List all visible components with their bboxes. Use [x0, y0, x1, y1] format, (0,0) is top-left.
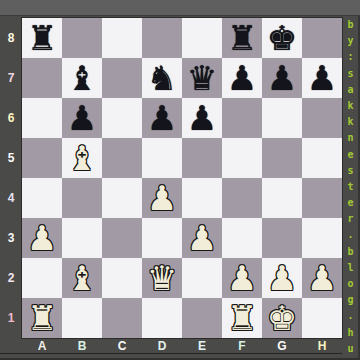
white-king-g1[interactable]: ♚ [267, 298, 297, 338]
watermark-char: e [347, 198, 353, 208]
square-g2[interactable]: ♟ [262, 258, 302, 298]
black-knight-d7[interactable]: ♞ [147, 58, 177, 98]
watermark-char: b [347, 20, 353, 30]
rank-label-8: 8 [0, 18, 22, 58]
square-c4[interactable] [102, 178, 142, 218]
square-d5[interactable] [142, 138, 182, 178]
watermark-char: y [347, 36, 353, 46]
rank-label-3: 3 [0, 218, 22, 258]
rank-label-1: 1 [0, 298, 22, 338]
square-g6[interactable] [262, 98, 302, 138]
square-f6[interactable] [222, 98, 262, 138]
rank-label-5: 5 [0, 138, 22, 178]
square-h6[interactable] [302, 98, 342, 138]
watermark-char: : [347, 52, 353, 62]
square-e8[interactable] [182, 18, 222, 58]
black-pawn-h7[interactable]: ♟ [307, 58, 337, 98]
square-a6[interactable] [22, 98, 62, 138]
square-h1[interactable] [302, 298, 342, 338]
white-bishop-b2[interactable]: ♝ [67, 258, 97, 298]
square-h4[interactable] [302, 178, 342, 218]
rank-label-6: 6 [0, 98, 22, 138]
square-b8[interactable] [62, 18, 102, 58]
watermark-char: t [347, 182, 353, 192]
square-d1[interactable] [142, 298, 182, 338]
square-e2[interactable] [182, 258, 222, 298]
watermark-char: k [347, 101, 353, 111]
square-d7[interactable]: ♞ [142, 58, 182, 98]
black-pawn-g7[interactable]: ♟ [267, 58, 297, 98]
square-e3[interactable]: ♟ [182, 218, 222, 258]
frame-top-band [0, 0, 360, 16]
watermark-char: a [347, 85, 353, 95]
square-a4[interactable] [22, 178, 62, 218]
black-pawn-f7[interactable]: ♟ [227, 58, 257, 98]
square-a2[interactable] [22, 258, 62, 298]
square-a8[interactable]: ♜ [22, 18, 62, 58]
watermark-char: . [347, 230, 353, 240]
square-b6[interactable]: ♟ [62, 98, 102, 138]
square-f1[interactable]: ♜ [222, 298, 262, 338]
black-rook-a8[interactable]: ♜ [27, 18, 57, 58]
white-rook-a1[interactable]: ♜ [27, 298, 57, 338]
square-f8[interactable]: ♜ [222, 18, 262, 58]
square-c2[interactable] [102, 258, 142, 298]
white-pawn-h2[interactable]: ♟ [307, 258, 337, 298]
watermark-text: by:sakknester.blog.hu [342, 20, 359, 354]
square-h7[interactable]: ♟ [302, 58, 342, 98]
square-g8[interactable]: ♚ [262, 18, 302, 58]
black-bishop-b7[interactable]: ♝ [67, 58, 97, 98]
square-f5[interactable] [222, 138, 262, 178]
square-d2[interactable]: ♛ [142, 258, 182, 298]
square-f3[interactable] [222, 218, 262, 258]
rank-label-2: 2 [0, 258, 22, 298]
watermark-char: n [347, 133, 353, 143]
square-h3[interactable] [302, 218, 342, 258]
square-b5[interactable]: ♝ [62, 138, 102, 178]
square-e5[interactable] [182, 138, 222, 178]
square-a1[interactable]: ♜ [22, 298, 62, 338]
white-pawn-e3[interactable]: ♟ [187, 218, 217, 258]
black-queen-e7[interactable]: ♛ [187, 58, 217, 98]
square-g1[interactable]: ♚ [262, 298, 302, 338]
square-h5[interactable] [302, 138, 342, 178]
frame-bottom-line [0, 353, 342, 354]
rank-labels: 87654321 [0, 18, 22, 338]
square-c6[interactable] [102, 98, 142, 138]
watermark-char: b [347, 247, 353, 257]
square-d3[interactable] [142, 218, 182, 258]
square-b3[interactable] [62, 218, 102, 258]
watermark-char: r [347, 214, 353, 224]
white-rook-f1[interactable]: ♜ [227, 298, 257, 338]
square-c1[interactable] [102, 298, 142, 338]
white-bishop-b5[interactable]: ♝ [67, 138, 97, 178]
chess-board: ♜♜♚♝♞♛♟♟♟♟♟♟♝♟♟♟♝♛♟♟♟♜♜♚ [22, 18, 342, 338]
watermark-char: . [347, 311, 353, 321]
watermark-char: e [347, 150, 353, 160]
square-g7[interactable]: ♟ [262, 58, 302, 98]
square-e6[interactable]: ♟ [182, 98, 222, 138]
watermark-char: s [347, 166, 353, 176]
square-c8[interactable] [102, 18, 142, 58]
white-pawn-a3[interactable]: ♟ [27, 218, 57, 258]
square-e1[interactable] [182, 298, 222, 338]
square-b1[interactable] [62, 298, 102, 338]
square-g3[interactable] [262, 218, 302, 258]
square-c5[interactable] [102, 138, 142, 178]
square-e4[interactable] [182, 178, 222, 218]
square-d8[interactable] [142, 18, 182, 58]
square-h8[interactable] [302, 18, 342, 58]
square-d4[interactable]: ♟ [142, 178, 182, 218]
square-e7[interactable]: ♛ [182, 58, 222, 98]
chess-diagram: ♜♜♚♝♞♛♟♟♟♟♟♟♝♟♟♟♝♛♟♟♟♜♜♚ 87654321 ABCDEF… [0, 0, 360, 360]
square-a5[interactable] [22, 138, 62, 178]
rank-label-7: 7 [0, 58, 22, 98]
white-queen-d2[interactable]: ♛ [147, 258, 177, 298]
square-a7[interactable] [22, 58, 62, 98]
watermark-char: h [347, 328, 353, 338]
square-c7[interactable] [102, 58, 142, 98]
square-b7[interactable]: ♝ [62, 58, 102, 98]
watermark-char: g [347, 295, 353, 305]
black-king-g8[interactable]: ♚ [267, 18, 297, 58]
square-f2[interactable]: ♟ [222, 258, 262, 298]
watermark-char: u [347, 344, 353, 354]
black-rook-f8[interactable]: ♜ [227, 18, 257, 58]
square-c3[interactable] [102, 218, 142, 258]
rank-label-4: 4 [0, 178, 22, 218]
square-a3[interactable]: ♟ [22, 218, 62, 258]
square-d6[interactable]: ♟ [142, 98, 182, 138]
square-f4[interactable] [222, 178, 262, 218]
black-pawn-d6[interactable]: ♟ [147, 98, 177, 138]
square-g4[interactable] [262, 178, 302, 218]
watermark-char: o [347, 279, 353, 289]
black-pawn-e6[interactable]: ♟ [187, 98, 217, 138]
square-b4[interactable] [62, 178, 102, 218]
square-b2[interactable]: ♝ [62, 258, 102, 298]
square-h2[interactable]: ♟ [302, 258, 342, 298]
watermark-char: k [347, 117, 353, 127]
white-pawn-g2[interactable]: ♟ [267, 258, 297, 298]
white-pawn-d4[interactable]: ♟ [147, 178, 177, 218]
white-pawn-f2[interactable]: ♟ [227, 258, 257, 298]
watermark-char: l [347, 263, 353, 273]
square-g5[interactable] [262, 138, 302, 178]
square-f7[interactable]: ♟ [222, 58, 262, 98]
black-pawn-b6[interactable]: ♟ [67, 98, 97, 138]
watermark-char: s [347, 69, 353, 79]
